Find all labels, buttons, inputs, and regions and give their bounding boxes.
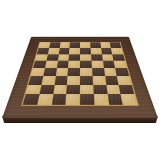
square-e5 xyxy=(80,61,92,68)
square-h4 xyxy=(115,68,129,76)
square-h5 xyxy=(114,61,127,68)
board-scene xyxy=(20,8,140,128)
square-d3 xyxy=(67,76,80,85)
square-f2 xyxy=(93,85,107,95)
square-d5 xyxy=(68,61,80,68)
square-e3 xyxy=(80,76,93,85)
square-e4 xyxy=(80,68,92,76)
square-h6 xyxy=(112,54,125,61)
square-d2 xyxy=(66,85,80,95)
square-h2 xyxy=(119,85,135,95)
square-e2 xyxy=(80,85,94,95)
square-h3 xyxy=(117,76,132,85)
square-f3 xyxy=(92,76,106,85)
photo-background xyxy=(0,0,160,160)
square-c1 xyxy=(51,94,66,105)
square-d1 xyxy=(66,94,80,105)
square-c2 xyxy=(53,85,67,95)
chess-board xyxy=(2,37,158,118)
square-c5 xyxy=(57,61,69,68)
square-c4 xyxy=(55,68,68,76)
square-d6 xyxy=(69,54,80,61)
square-e1 xyxy=(80,94,94,105)
square-e6 xyxy=(80,54,91,61)
square-h1 xyxy=(121,94,138,105)
square-c3 xyxy=(54,76,68,85)
square-c6 xyxy=(58,54,70,61)
square-d4 xyxy=(68,68,80,76)
board-squares xyxy=(23,42,138,104)
